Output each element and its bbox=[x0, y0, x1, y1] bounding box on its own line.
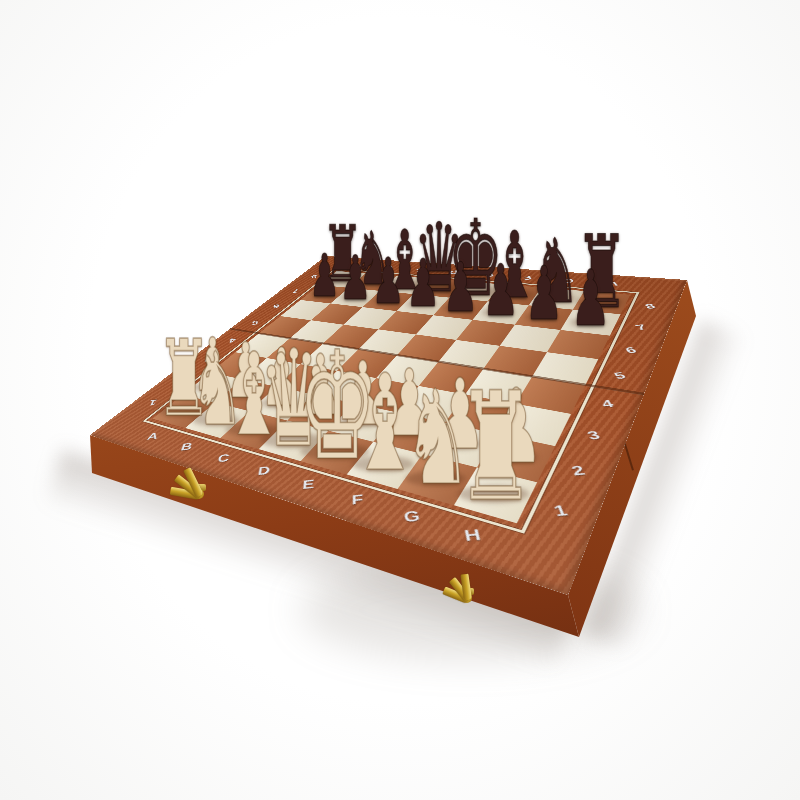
piece-white-rook-h1[interactable]: ♜ bbox=[452, 374, 540, 524]
pieces-layer: ♜♞♝♛♚♟♝♟♞♟♜♟♟♟♟♟♟♟♟♜♟♞♟♝♟♛♟♚♟♝♞♜ bbox=[0, 0, 800, 800]
piece-black-pawn-c7[interactable]: ♟ bbox=[369, 250, 406, 313]
piece-black-pawn-e7[interactable]: ♟ bbox=[440, 254, 480, 322]
piece-black-pawn-h7[interactable]: ♟ bbox=[568, 260, 613, 337]
piece-black-pawn-f7[interactable]: ♟ bbox=[480, 256, 522, 327]
piece-black-pawn-g7[interactable]: ♟ bbox=[522, 258, 566, 332]
brass-clasp-right bbox=[414, 588, 474, 628]
piece-black-pawn-d7[interactable]: ♟ bbox=[404, 252, 443, 318]
piece-black-pawn-b7[interactable]: ♟ bbox=[337, 248, 373, 309]
brass-clasp-left bbox=[136, 484, 206, 532]
scene: AABBCCDDEEFFGGHH1122334455667788 ♜♞♝♛♚♟♝… bbox=[0, 0, 800, 800]
